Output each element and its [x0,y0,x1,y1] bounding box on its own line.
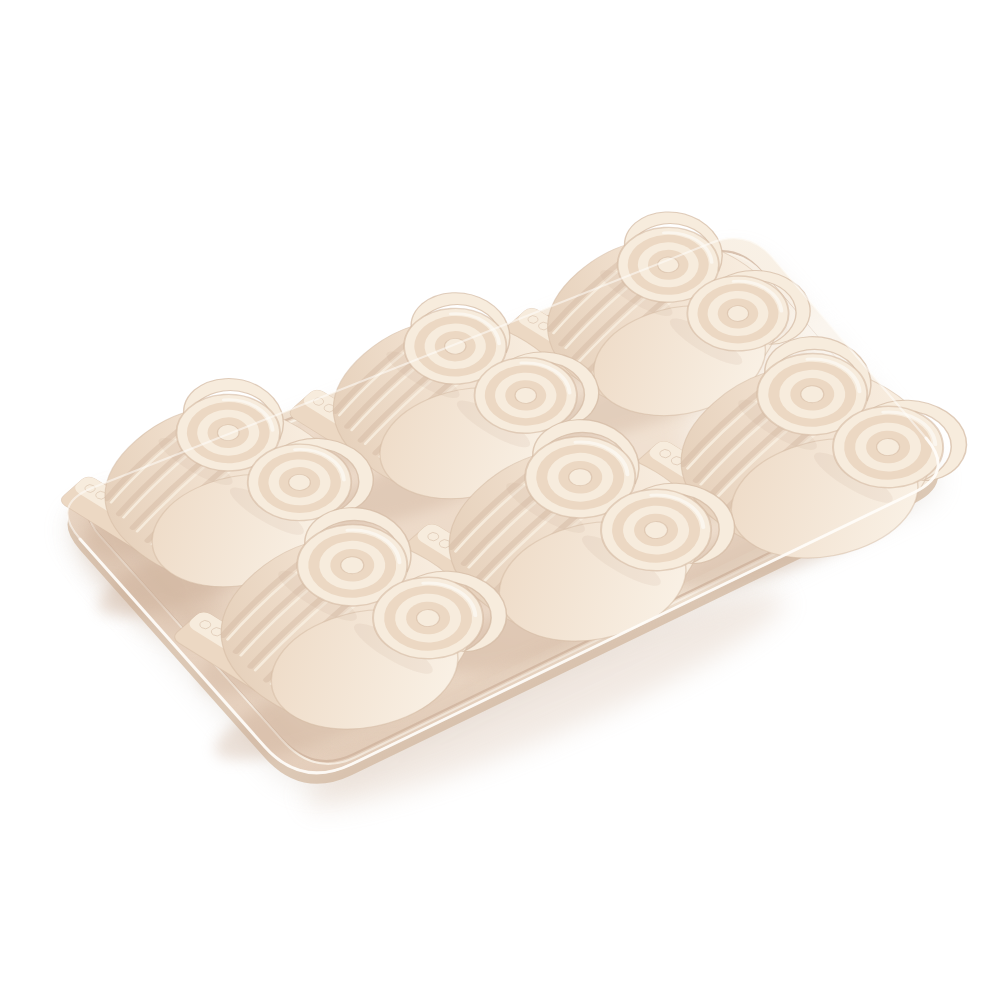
product-photo-stage [0,0,1000,1000]
silicone-owl-mold-image [0,0,1000,1000]
